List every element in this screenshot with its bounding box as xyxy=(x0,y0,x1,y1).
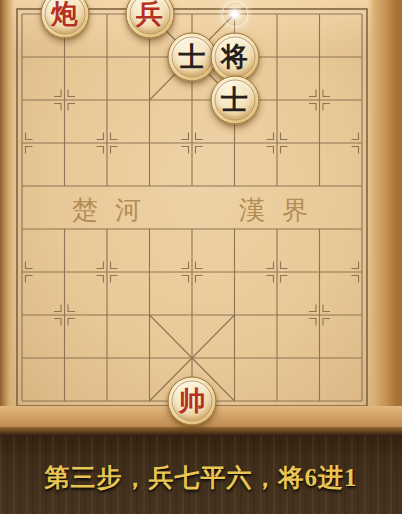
piece-glyph: 士 xyxy=(221,87,248,114)
move-caption-panel: 第三步，兵七平六，将6进1 xyxy=(0,436,402,514)
piece-glyph: 兵 xyxy=(136,1,163,28)
piece-glyph: 将 xyxy=(221,44,248,71)
last-move-sparkle-icon: ✦ xyxy=(223,2,247,26)
xiangqi-puzzle-screen: 楚河 漢界 炮兵士将士帅 ✦ 第三步，兵七平六，将6进1 xyxy=(0,0,402,514)
river-label-han-jie: 漢界 xyxy=(239,193,325,228)
piece-general-red[interactable]: 帅 xyxy=(168,377,217,426)
piece-glyph: 炮 xyxy=(51,1,78,28)
piece-glyph: 帅 xyxy=(179,388,206,415)
piece-general-black[interactable]: 将 xyxy=(210,33,259,82)
board-bottom-shadow xyxy=(0,427,402,436)
move-caption: 第三步，兵七平六，将6进1 xyxy=(0,461,402,494)
piece-advisor-black[interactable]: 士 xyxy=(210,76,259,125)
xiangqi-board[interactable]: 楚河 漢界 炮兵士将士帅 ✦ xyxy=(0,0,402,432)
piece-glyph: 士 xyxy=(179,44,206,71)
river-label-chu-he: 楚河 xyxy=(72,193,158,228)
